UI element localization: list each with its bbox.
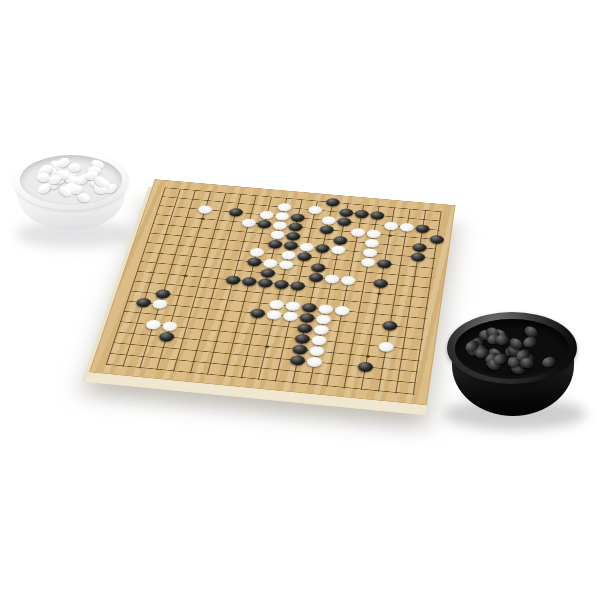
black-stone [325,198,340,207]
white-stone [299,242,315,252]
white-stone [274,212,290,221]
white-stone [278,260,294,270]
white-stone [277,203,293,212]
white-stone [308,205,323,214]
black-stone [283,241,299,251]
black-stone [288,222,304,231]
scene [0,0,600,600]
white-stone [330,245,346,255]
black-stone [319,225,335,234]
black-stone [370,211,385,220]
white-stone [161,321,178,332]
black-stone [415,224,430,233]
go-board [89,179,456,405]
white-stone [364,239,380,249]
black-stone [228,208,244,217]
black-stone [382,320,398,331]
black-stone [337,217,352,226]
black-stone [292,344,309,355]
white-stone [313,325,330,336]
black-stone [154,289,171,299]
black-stone [289,281,305,291]
white-stone [285,301,302,311]
star-point [387,234,391,237]
white-stone [308,346,325,357]
star-point [183,274,187,277]
black-stone [257,278,273,288]
black-stone [310,263,326,273]
white-stone [270,230,286,239]
white-stone [340,276,356,286]
black-stone [267,239,283,249]
black-stone [373,278,389,288]
white-stone [281,250,297,260]
black-stone [273,279,289,289]
black-stone [354,209,369,218]
star-point [200,217,204,219]
white-stone [362,248,378,258]
black-stone [296,252,312,262]
black-stone [339,208,354,217]
black-stone [410,252,425,262]
white-stone [282,311,299,321]
black-stone [289,355,306,366]
black-stone [376,259,392,269]
black-stone [260,268,276,278]
star-point [264,345,269,348]
white-stone [249,248,265,258]
black-stone [249,308,266,318]
white-stone [241,218,257,227]
white-stone [334,306,350,316]
white-stone [321,216,337,225]
black-stone [294,334,311,345]
white-stone [378,341,394,352]
black-stone [308,273,324,283]
white-stone [272,221,288,230]
black-stone [158,331,175,342]
black-stone [357,361,374,372]
white-stone [197,205,213,214]
black-stone [225,275,242,285]
black-stone [333,236,349,246]
black-stone [290,213,306,222]
white-stone [311,335,328,346]
black-stone [299,313,316,323]
white-stone [366,229,381,238]
white-stone [262,259,278,269]
black-stone [296,323,313,334]
star-point [365,355,369,358]
white-stone [306,356,323,367]
black-stone [285,232,301,241]
black-stone [429,235,444,245]
white-stone [399,223,414,232]
white-stone [350,228,366,237]
black-stone [315,244,331,254]
white-stone [259,210,275,219]
black-stone [412,243,427,253]
black-stone [241,277,257,287]
black-stone [256,220,272,229]
white-stone [315,314,332,325]
star-point [377,292,381,295]
white-stone [145,319,162,330]
white-stone [268,299,285,309]
black-stone [301,302,317,312]
white-stone [360,258,376,268]
black-stone [135,297,152,307]
white-stone [384,221,399,230]
white-stone [151,299,168,309]
white-stone [318,304,334,314]
black-stone [246,257,262,267]
white-stone [324,274,340,284]
white-stone [266,310,283,320]
